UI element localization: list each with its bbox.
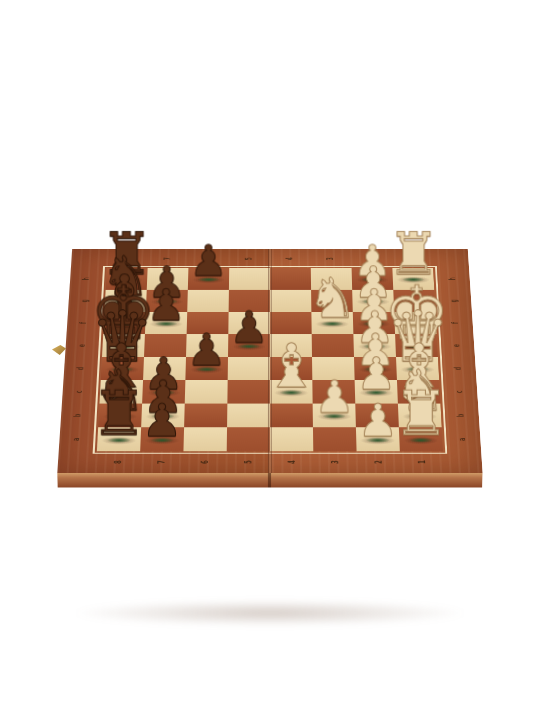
rank-label-far-5: 5: [240, 254, 259, 264]
rank-label-far-7: 7: [158, 254, 178, 264]
file-label-left-h: h: [77, 274, 97, 284]
board-shadow: [70, 600, 470, 626]
rank-label-far-1: 1: [402, 254, 422, 264]
rank-label-far-2: 2: [362, 254, 382, 264]
piece-white-rook-a1[interactable]: ♜: [399, 427, 443, 451]
chess-board: 8877665544332211aabbccddeeffgghh ♜♞♝♛♚♝♞…: [57, 249, 482, 473]
board-front-edge: [57, 473, 482, 488]
file-label-right-h: h: [443, 274, 463, 284]
black-pawn-icon: ♟: [121, 398, 203, 443]
brass-clasp-icon[interactable]: [52, 345, 66, 355]
rank-label-far-3: 3: [321, 254, 341, 264]
front-edge-seam: [268, 473, 271, 488]
chess-board-photo: 8877665544332211aabbccddeeffgghh ♜♞♝♛♚♝♞…: [65, 152, 475, 562]
piece-black-pawn-a7[interactable]: ♟: [140, 427, 184, 451]
rank-label-far-8: 8: [118, 254, 138, 264]
rank-label-far-6: 6: [199, 254, 219, 264]
white-rook-icon: ♜: [380, 382, 462, 444]
rank-label-far-4: 4: [281, 254, 300, 264]
